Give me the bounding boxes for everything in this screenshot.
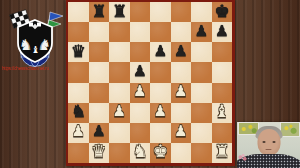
white-rook-h1: ♜ bbox=[214, 143, 229, 160]
square-e6: ♟ bbox=[150, 42, 171, 62]
white-pawn-a2: ♟ bbox=[72, 124, 85, 139]
club-crest-logo: ♞ ♞ ♝ bbox=[5, 7, 65, 69]
square-f8 bbox=[171, 2, 192, 22]
square-b8: ♜ bbox=[89, 2, 110, 22]
square-c3: ♟ bbox=[109, 103, 130, 123]
square-b5 bbox=[89, 62, 110, 82]
square-d2 bbox=[130, 123, 151, 143]
square-c4 bbox=[109, 83, 130, 103]
square-d4: ♟ bbox=[130, 83, 151, 103]
square-c5 bbox=[109, 62, 130, 82]
presenter-eye bbox=[262, 141, 265, 143]
white-bishop-h3: ♝ bbox=[214, 103, 229, 120]
square-c7 bbox=[109, 22, 130, 42]
square-b4 bbox=[89, 83, 110, 103]
square-b2: ♟ bbox=[89, 123, 110, 143]
square-g6 bbox=[191, 42, 212, 62]
presenter-eye bbox=[272, 141, 275, 143]
square-h1: ♜ bbox=[212, 143, 233, 163]
square-h7: ♟ bbox=[212, 22, 233, 42]
square-b7 bbox=[89, 22, 110, 42]
white-pawn-f4: ♟ bbox=[174, 84, 187, 99]
center-piece-icon: ♝ bbox=[31, 44, 40, 55]
black-rook-b8: ♜ bbox=[91, 3, 106, 20]
square-b1: ♛ bbox=[89, 143, 110, 163]
square-d8 bbox=[130, 2, 151, 22]
square-h4 bbox=[212, 83, 233, 103]
square-d1: ♞ bbox=[130, 143, 151, 163]
webcam-video bbox=[237, 122, 300, 168]
black-pawn-b2: ♟ bbox=[92, 124, 105, 139]
square-b6 bbox=[89, 42, 110, 62]
square-g4 bbox=[191, 83, 212, 103]
white-pawn-d4: ♟ bbox=[133, 84, 146, 99]
black-pawn-h7: ♟ bbox=[215, 24, 228, 39]
white-king-e1: ♚ bbox=[153, 143, 168, 160]
square-d6 bbox=[130, 42, 151, 62]
square-c1 bbox=[109, 143, 130, 163]
black-rook-c8: ♜ bbox=[112, 3, 127, 20]
flowers-decor bbox=[237, 154, 248, 162]
square-g2 bbox=[191, 123, 212, 143]
crest-icon: ♞ ♞ ♝ bbox=[5, 7, 65, 69]
white-pawn-c3: ♟ bbox=[113, 104, 126, 119]
square-h3: ♝ bbox=[212, 103, 233, 123]
square-f6: ♟ bbox=[171, 42, 192, 62]
square-a1 bbox=[68, 143, 89, 163]
square-e2 bbox=[150, 123, 171, 143]
square-g5 bbox=[191, 62, 212, 82]
square-e8 bbox=[150, 2, 171, 22]
black-knight-a3: ♞ bbox=[71, 103, 86, 120]
wall-painting-right bbox=[280, 122, 300, 137]
square-g1 bbox=[191, 143, 212, 163]
square-d7 bbox=[130, 22, 151, 42]
square-h8: ♚ bbox=[212, 2, 233, 22]
square-g3 bbox=[191, 103, 212, 123]
square-a2: ♟ bbox=[68, 123, 89, 143]
square-f5 bbox=[171, 62, 192, 82]
black-pawn-g7: ♟ bbox=[195, 24, 208, 39]
shield-icon: ♞ ♞ ♝ bbox=[18, 20, 52, 62]
square-h5 bbox=[212, 62, 233, 82]
black-pawn-f6: ♟ bbox=[174, 44, 187, 59]
square-e4 bbox=[150, 83, 171, 103]
video-frame: ♞ ♞ ♝ https://chessschool.net.ru ♜♜♚♟♟♛♟… bbox=[0, 0, 300, 168]
square-h6 bbox=[212, 42, 233, 62]
square-b3 bbox=[89, 103, 110, 123]
square-g7: ♟ bbox=[191, 22, 212, 42]
square-g8 bbox=[191, 2, 212, 22]
square-f3 bbox=[171, 103, 192, 123]
chess-board-frame: ♜♜♚♟♟♛♟♟♟♟♟♞♟♟♝♟♟♟♛♞♚♜ bbox=[66, 0, 235, 166]
square-f2: ♟ bbox=[171, 123, 192, 143]
black-king-h8: ♚ bbox=[214, 3, 229, 20]
square-a5 bbox=[68, 62, 89, 82]
square-e7 bbox=[150, 22, 171, 42]
website-url-text: https://chessschool.net.ru bbox=[2, 65, 66, 72]
square-a3: ♞ bbox=[68, 103, 89, 123]
square-f4: ♟ bbox=[171, 83, 192, 103]
black-pawn-d5: ♟ bbox=[133, 64, 146, 79]
square-a7 bbox=[68, 22, 89, 42]
square-f7 bbox=[171, 22, 192, 42]
white-queen-b1: ♛ bbox=[91, 143, 106, 160]
square-c8: ♜ bbox=[109, 2, 130, 22]
square-e5 bbox=[150, 62, 171, 82]
black-pawn-e6: ♟ bbox=[154, 44, 167, 59]
white-pawn-f2: ♟ bbox=[174, 124, 187, 139]
square-e1: ♚ bbox=[150, 143, 171, 163]
square-e3: ♟ bbox=[150, 103, 171, 123]
square-a8 bbox=[68, 2, 89, 22]
square-d5: ♟ bbox=[130, 62, 151, 82]
square-f1 bbox=[171, 143, 192, 163]
white-knight-d1: ♞ bbox=[132, 143, 147, 160]
white-pawn-e3: ♟ bbox=[154, 104, 167, 119]
presenter-mouth bbox=[266, 149, 272, 150]
square-a6: ♛ bbox=[68, 42, 89, 62]
square-d3 bbox=[130, 103, 151, 123]
chess-board: ♜♜♚♟♟♛♟♟♟♟♟♞♟♟♝♟♟♟♛♞♚♜ bbox=[68, 2, 232, 163]
square-c6 bbox=[109, 42, 130, 62]
presenter-face bbox=[257, 129, 280, 155]
black-queen-a6: ♛ bbox=[71, 43, 86, 60]
square-a4 bbox=[68, 83, 89, 103]
square-c2 bbox=[109, 123, 130, 143]
square-h2 bbox=[212, 123, 233, 143]
